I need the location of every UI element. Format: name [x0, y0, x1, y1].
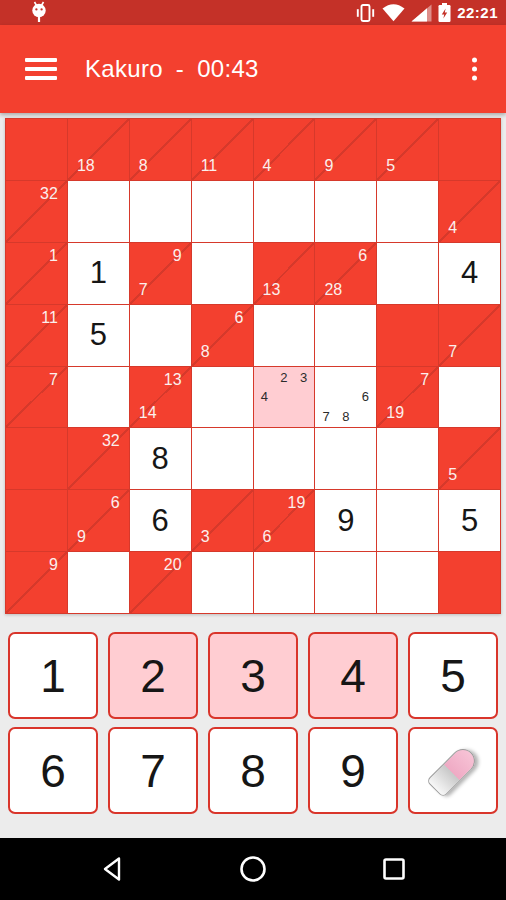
down-clue: 11 [201, 158, 218, 174]
cell-r8c2[interactable] [68, 552, 129, 613]
keypad: 123456789 [8, 632, 498, 814]
cell-r3c2[interactable]: 1 [68, 243, 129, 304]
cell-r1c4-clue: 11 [192, 119, 253, 180]
down-clue: 8 [139, 158, 148, 174]
key-2[interactable]: 2 [108, 632, 198, 719]
down-clue: 3 [201, 529, 210, 545]
across-clue: 6 [235, 310, 244, 326]
cell-r3c8[interactable]: 4 [439, 243, 500, 304]
cell-r7c3[interactable]: 6 [130, 490, 191, 551]
cell-r1c3-clue: 8 [130, 119, 191, 180]
down-clue: 28 [324, 282, 342, 298]
cell-r6c3[interactable]: 8 [130, 428, 191, 489]
cell-r5c6[interactable]: 678 [315, 367, 376, 428]
down-clue: 5 [448, 467, 457, 483]
cell-r4c5[interactable] [254, 305, 315, 366]
cell-r7c1-block [6, 490, 67, 551]
cell-r8c1-clue: 9 [6, 552, 67, 613]
cell-r6c2-clue: 32 [68, 428, 129, 489]
home-icon[interactable] [239, 855, 267, 883]
cell-r3c3-clue: 97 [130, 243, 191, 304]
key-6[interactable]: 6 [8, 727, 98, 814]
cell-r3c7[interactable] [377, 243, 438, 304]
cell-r8c3-clue: 20 [130, 552, 191, 613]
cell-r2c1-clue: 32 [6, 181, 67, 242]
cell-r2c8-clue: 4 [439, 181, 500, 242]
navigation-bar [0, 838, 506, 900]
cell-r4c6[interactable] [315, 305, 376, 366]
down-clue: 14 [139, 405, 157, 421]
cell-r4c2[interactable]: 5 [68, 305, 129, 366]
across-clue: 32 [40, 186, 58, 202]
cell-notes: 234 [255, 368, 314, 427]
app-name: Kakuro [85, 55, 163, 83]
eraser-icon [426, 744, 480, 798]
cell-r6c1-block [6, 428, 67, 489]
cell-r4c4-clue: 68 [192, 305, 253, 366]
cell-r4c3[interactable] [130, 305, 191, 366]
cell-r4c7-block [377, 305, 438, 366]
cell-r6c7[interactable] [377, 428, 438, 489]
cell-r5c3-clue: 1314 [130, 367, 191, 428]
cell-r5c2[interactable] [68, 367, 129, 428]
key-eraser[interactable] [408, 727, 498, 814]
across-clue: 7 [420, 372, 429, 388]
down-clue: 7 [448, 344, 457, 360]
across-clue: 32 [102, 433, 120, 449]
cell-r7c5-clue: 196 [254, 490, 315, 551]
cell-r2c6[interactable] [315, 181, 376, 242]
menu-icon[interactable] [25, 53, 57, 85]
key-1[interactable]: 1 [8, 632, 98, 719]
across-clue: 6 [111, 495, 120, 511]
cell-r8c8-block [439, 552, 500, 613]
cell-value: 4 [439, 243, 500, 304]
cell-r5c4[interactable] [192, 367, 253, 428]
cell-r7c2-clue: 69 [68, 490, 129, 551]
recents-icon[interactable] [382, 857, 406, 881]
cell-r5c1-clue: 7 [6, 367, 67, 428]
cell-r1c6-clue: 9 [315, 119, 376, 180]
cell-value: 5 [68, 305, 129, 366]
across-clue: 11 [41, 310, 58, 326]
down-clue: 13 [263, 282, 281, 298]
adb-icon [28, 1, 50, 24]
down-clue: 4 [263, 158, 272, 174]
cell-r3c4[interactable] [192, 243, 253, 304]
cell-r1c1-block [6, 119, 67, 180]
back-icon[interactable] [100, 856, 124, 882]
cell-r3c1-clue: 1 [6, 243, 67, 304]
cell-r1c7-clue: 5 [377, 119, 438, 180]
cell-r2c5[interactable] [254, 181, 315, 242]
down-clue: 18 [77, 158, 95, 174]
across-clue: 7 [49, 372, 58, 388]
timer: 00:43 [197, 55, 259, 83]
down-clue: 9 [324, 158, 333, 174]
status-bar: 22:21 [0, 0, 506, 25]
down-clue: 4 [448, 220, 457, 236]
across-clue: 9 [49, 557, 58, 573]
cell-r8c7[interactable] [377, 552, 438, 613]
kakuro-board: 1881149532411971362841156877131423467871… [5, 118, 501, 614]
cell-r2c2[interactable] [68, 181, 129, 242]
cell-r5c5[interactable]: 234 [254, 367, 315, 428]
wifi-icon [382, 4, 405, 22]
cell-r5c8[interactable] [439, 367, 500, 428]
app-bar: Kakuro - 00:43 [0, 25, 506, 113]
across-clue: 1 [49, 248, 58, 264]
cell-r7c7[interactable] [377, 490, 438, 551]
down-clue: 19 [386, 405, 404, 421]
cell-r1c8-block [439, 119, 500, 180]
page-title: Kakuro - 00:43 [85, 55, 259, 83]
key-9[interactable]: 9 [308, 727, 398, 814]
vibrate-icon [355, 4, 376, 22]
cell-notes: 678 [316, 368, 375, 427]
cell-value: 1 [68, 243, 129, 304]
down-clue: 9 [77, 529, 86, 545]
cell-r4c1-clue: 11 [6, 305, 67, 366]
clock: 22:21 [457, 4, 498, 21]
cell-value: 8 [130, 428, 191, 489]
overflow-menu-icon[interactable] [468, 54, 481, 85]
down-clue: 8 [201, 344, 210, 360]
cell-r2c7[interactable] [377, 181, 438, 242]
cell-r7c8[interactable]: 5 [439, 490, 500, 551]
key-3[interactable]: 3 [208, 632, 298, 719]
across-clue: 20 [164, 557, 182, 573]
cell-r8c4[interactable] [192, 552, 253, 613]
key-5[interactable]: 5 [408, 632, 498, 719]
across-clue: 19 [288, 495, 306, 511]
cell-r5c7-clue: 719 [377, 367, 438, 428]
cell-r6c5[interactable] [254, 428, 315, 489]
cell-r8c5[interactable] [254, 552, 315, 613]
key-4[interactable]: 4 [308, 632, 398, 719]
cell-value: 5 [439, 490, 500, 551]
battery-charging-icon [438, 3, 451, 22]
key-8[interactable]: 8 [208, 727, 298, 814]
key-7[interactable]: 7 [108, 727, 198, 814]
cell-r4c8-clue: 7 [439, 305, 500, 366]
down-clue: 7 [139, 282, 148, 298]
cell-r7c6[interactable]: 9 [315, 490, 376, 551]
cell-r3c5-clue: 13 [254, 243, 315, 304]
down-clue: 5 [386, 158, 395, 174]
down-clue: 6 [263, 529, 272, 545]
cell-r2c4[interactable] [192, 181, 253, 242]
title-separator: - [176, 55, 184, 83]
cell-r6c4[interactable] [192, 428, 253, 489]
across-clue: 9 [173, 248, 182, 264]
cell-r7c4-clue: 3 [192, 490, 253, 551]
cell-r6c6[interactable] [315, 428, 376, 489]
signal-icon [411, 4, 432, 22]
cell-r6c8-clue: 5 [439, 428, 500, 489]
cell-r8c6[interactable] [315, 552, 376, 613]
cell-value: 6 [130, 490, 191, 551]
across-clue: 6 [358, 248, 367, 264]
cell-value: 9 [315, 490, 376, 551]
cell-r1c5-clue: 4 [254, 119, 315, 180]
cell-r2c3[interactable] [130, 181, 191, 242]
cell-r3c6-clue: 628 [315, 243, 376, 304]
cell-r1c2-clue: 18 [68, 119, 129, 180]
across-clue: 13 [164, 372, 182, 388]
